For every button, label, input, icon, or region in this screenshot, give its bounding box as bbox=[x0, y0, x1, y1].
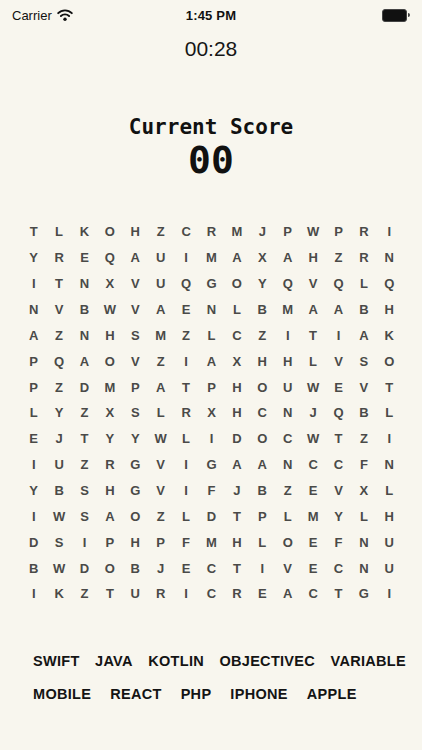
grid-cell[interactable]: N bbox=[351, 529, 376, 555]
grid-cell[interactable]: U bbox=[377, 529, 402, 555]
grid-cell[interactable]: G bbox=[199, 452, 224, 478]
grid-cell[interactable]: B bbox=[21, 555, 46, 581]
grid-cell[interactable]: Q bbox=[97, 245, 122, 271]
grid-cell[interactable]: E bbox=[173, 296, 198, 322]
grid-cell[interactable]: L bbox=[377, 478, 402, 504]
grid-cell[interactable]: O bbox=[97, 348, 122, 374]
grid-cell[interactable]: E bbox=[21, 426, 46, 452]
grid-cell[interactable]: T bbox=[46, 271, 71, 297]
grid-cell[interactable]: W bbox=[97, 296, 122, 322]
grid-cell[interactable]: V bbox=[326, 348, 351, 374]
grid-cell[interactable]: E bbox=[250, 581, 275, 607]
grid-cell[interactable]: Q bbox=[326, 400, 351, 426]
letter-grid: TLKOHZCRMJPWPRIYREQAUIMAXAHZRNITNXVUQGOY… bbox=[21, 219, 402, 607]
grid-cell[interactable]: L bbox=[224, 296, 249, 322]
grid-cell[interactable]: I bbox=[173, 452, 198, 478]
grid-cell[interactable]: H bbox=[224, 529, 249, 555]
grid-cell[interactable]: K bbox=[377, 322, 402, 348]
grid-cell[interactable]: Z bbox=[148, 348, 173, 374]
grid-cell[interactable]: H bbox=[224, 400, 249, 426]
word-item: MOBILE bbox=[33, 686, 91, 702]
grid-cell[interactable]: J bbox=[250, 219, 275, 245]
grid-cell[interactable]: I bbox=[21, 503, 46, 529]
grid-cell[interactable]: N bbox=[377, 245, 402, 271]
word-item: KOTLIN bbox=[148, 653, 204, 669]
grid-cell[interactable]: T bbox=[224, 555, 249, 581]
grid-cell[interactable]: T bbox=[326, 581, 351, 607]
grid-cell[interactable]: C bbox=[326, 555, 351, 581]
grid-cell[interactable]: Y bbox=[250, 271, 275, 297]
grid-cell[interactable]: P bbox=[199, 374, 224, 400]
grid-cell[interactable]: O bbox=[97, 555, 122, 581]
grid-cell[interactable]: C bbox=[173, 219, 198, 245]
grid-cell[interactable]: J bbox=[224, 478, 249, 504]
grid-cell[interactable]: Z bbox=[326, 245, 351, 271]
grid-cell[interactable]: R bbox=[148, 581, 173, 607]
grid-cell[interactable]: W bbox=[46, 555, 71, 581]
grid-cell[interactable]: H bbox=[123, 219, 148, 245]
grid-cell[interactable]: I bbox=[250, 555, 275, 581]
grid-cell[interactable]: X bbox=[224, 348, 249, 374]
grid-cell[interactable]: E bbox=[72, 245, 97, 271]
grid-cell[interactable]: I bbox=[377, 581, 402, 607]
grid-cell[interactable]: A bbox=[21, 322, 46, 348]
grid-cell[interactable]: B bbox=[351, 400, 376, 426]
grid-cell[interactable]: F bbox=[351, 452, 376, 478]
grid-cell[interactable]: L bbox=[46, 219, 71, 245]
game-timer: 00:28 bbox=[0, 37, 422, 61]
grid-cell[interactable]: B bbox=[46, 478, 71, 504]
grid-cell[interactable]: W bbox=[46, 503, 71, 529]
grid-cell[interactable]: A bbox=[97, 503, 122, 529]
word-list: SWIFTJAVAKOTLINOBJECTIVECVARIABLE MOBILE… bbox=[33, 653, 406, 719]
grid-cell[interactable]: V bbox=[123, 348, 148, 374]
grid-cell[interactable]: L bbox=[351, 271, 376, 297]
grid-cell[interactable]: B bbox=[250, 478, 275, 504]
grid-cell[interactable]: E bbox=[300, 529, 325, 555]
word-item: VARIABLE bbox=[331, 653, 406, 669]
grid-cell[interactable]: S bbox=[46, 529, 71, 555]
grid-cell[interactable]: L bbox=[173, 426, 198, 452]
grid-cell[interactable]: R bbox=[224, 581, 249, 607]
grid-cell[interactable]: D bbox=[72, 555, 97, 581]
grid-cell[interactable]: T bbox=[21, 219, 46, 245]
grid-cell[interactable]: Z bbox=[148, 503, 173, 529]
grid-cell[interactable]: X bbox=[97, 400, 122, 426]
grid-cell[interactable]: P bbox=[123, 374, 148, 400]
grid-cell[interactable]: I bbox=[326, 322, 351, 348]
carrier-label: Carrier bbox=[12, 8, 52, 23]
grid-cell[interactable]: B bbox=[351, 296, 376, 322]
grid-cell[interactable]: S bbox=[351, 348, 376, 374]
grid-cell[interactable]: N bbox=[351, 555, 376, 581]
grid-cell[interactable]: Y bbox=[46, 400, 71, 426]
grid-cell[interactable]: Q bbox=[377, 271, 402, 297]
grid-cell[interactable]: V bbox=[123, 271, 148, 297]
grid-cell[interactable]: L bbox=[21, 400, 46, 426]
grid-cell[interactable]: I bbox=[173, 478, 198, 504]
word-item: IPHONE bbox=[230, 686, 287, 702]
grid-cell[interactable]: Y bbox=[21, 478, 46, 504]
grid-cell[interactable]: H bbox=[377, 296, 402, 322]
grid-cell[interactable]: P bbox=[275, 219, 300, 245]
grid-cell[interactable]: Q bbox=[46, 348, 71, 374]
grid-cell[interactable]: N bbox=[377, 452, 402, 478]
word-item: REACT bbox=[110, 686, 161, 702]
grid-cell[interactable]: O bbox=[275, 529, 300, 555]
grid-cell[interactable]: Q bbox=[173, 271, 198, 297]
grid-cell[interactable]: I bbox=[72, 529, 97, 555]
grid-cell[interactable]: A bbox=[123, 245, 148, 271]
grid-cell[interactable]: R bbox=[199, 219, 224, 245]
grid-cell[interactable]: V bbox=[275, 555, 300, 581]
grid-cell[interactable]: Y bbox=[97, 426, 122, 452]
grid-cell[interactable]: L bbox=[148, 400, 173, 426]
grid-cell[interactable]: A bbox=[250, 452, 275, 478]
grid-cell[interactable]: O bbox=[123, 503, 148, 529]
grid-cell[interactable]: R bbox=[97, 452, 122, 478]
word-search-app: Carrier 1:45 PM 00:28 Current Score 00 T… bbox=[0, 0, 422, 750]
grid-cell[interactable]: H bbox=[250, 348, 275, 374]
grid-cell[interactable]: V bbox=[123, 296, 148, 322]
grid-cell[interactable]: C bbox=[199, 581, 224, 607]
grid-cell[interactable]: H bbox=[123, 529, 148, 555]
grid-cell[interactable]: L bbox=[351, 503, 376, 529]
grid-cell[interactable]: U bbox=[46, 452, 71, 478]
grid-cell[interactable]: Y bbox=[123, 426, 148, 452]
grid-cell[interactable]: X bbox=[351, 478, 376, 504]
grid-cell[interactable]: Z bbox=[250, 322, 275, 348]
score-label: Current Score bbox=[0, 115, 422, 139]
grid-cell[interactable]: I bbox=[173, 348, 198, 374]
grid-cell[interactable]: O bbox=[250, 426, 275, 452]
grid-cell[interactable]: G bbox=[123, 452, 148, 478]
grid-cell[interactable]: U bbox=[148, 271, 173, 297]
grid-cell[interactable]: Z bbox=[351, 426, 376, 452]
grid-cell[interactable]: F bbox=[173, 529, 198, 555]
grid-cell[interactable]: X bbox=[199, 400, 224, 426]
grid-cell[interactable]: I bbox=[21, 581, 46, 607]
grid-cell[interactable]: B bbox=[72, 296, 97, 322]
grid-cell[interactable]: W bbox=[148, 426, 173, 452]
grid-cell[interactable]: Q bbox=[275, 271, 300, 297]
grid-cell[interactable]: A bbox=[224, 452, 249, 478]
status-bar: Carrier 1:45 PM bbox=[0, 0, 422, 26]
grid-cell[interactable]: N bbox=[21, 296, 46, 322]
grid-cell[interactable]: V bbox=[148, 478, 173, 504]
word-item: APPLE bbox=[307, 686, 357, 702]
grid-cell[interactable]: W bbox=[300, 426, 325, 452]
grid-cell[interactable]: A bbox=[275, 245, 300, 271]
grid-cell[interactable]: Z bbox=[275, 478, 300, 504]
grid-cell[interactable]: G bbox=[351, 581, 376, 607]
grid-cell[interactable]: Z bbox=[46, 374, 71, 400]
grid-cell[interactable]: P bbox=[21, 348, 46, 374]
grid-cell[interactable]: M bbox=[148, 322, 173, 348]
grid-cell[interactable]: Q bbox=[326, 271, 351, 297]
grid-cell[interactable]: T bbox=[72, 426, 97, 452]
grid-cell[interactable]: E bbox=[300, 555, 325, 581]
grid-cell[interactable]: T bbox=[300, 322, 325, 348]
grid-cell[interactable]: Y bbox=[21, 245, 46, 271]
grid-cell[interactable]: M bbox=[300, 503, 325, 529]
grid-cell[interactable]: R bbox=[46, 245, 71, 271]
grid-cell[interactable]: L bbox=[250, 529, 275, 555]
grid-cell[interactable]: A bbox=[199, 348, 224, 374]
grid-cell[interactable]: E bbox=[300, 478, 325, 504]
grid-cell[interactable]: Z bbox=[72, 400, 97, 426]
grid-cell[interactable]: N bbox=[275, 452, 300, 478]
grid-cell[interactable]: P bbox=[326, 219, 351, 245]
grid-cell[interactable]: U bbox=[148, 245, 173, 271]
grid-cell[interactable]: P bbox=[148, 529, 173, 555]
grid-cell[interactable]: E bbox=[326, 374, 351, 400]
grid-cell[interactable]: L bbox=[300, 348, 325, 374]
grid-cell[interactable]: I bbox=[21, 452, 46, 478]
grid-cell[interactable]: N bbox=[72, 322, 97, 348]
grid-cell[interactable]: I bbox=[173, 581, 198, 607]
grid-cell[interactable]: N bbox=[72, 271, 97, 297]
grid-cell[interactable]: C bbox=[300, 581, 325, 607]
grid-cell[interactable]: V bbox=[46, 296, 71, 322]
grid-cell[interactable]: M bbox=[199, 529, 224, 555]
grid-cell[interactable]: W bbox=[300, 374, 325, 400]
grid-cell[interactable]: S bbox=[123, 322, 148, 348]
grid-cell[interactable]: I bbox=[377, 219, 402, 245]
wifi-icon bbox=[57, 9, 73, 21]
grid-cell[interactable]: T bbox=[224, 503, 249, 529]
grid-cell[interactable]: H bbox=[377, 503, 402, 529]
grid-cell[interactable]: Z bbox=[173, 322, 198, 348]
grid-cell[interactable]: S bbox=[72, 503, 97, 529]
grid-cell[interactable]: N bbox=[275, 400, 300, 426]
score-value: 00 bbox=[0, 141, 422, 181]
grid-cell[interactable]: D bbox=[199, 503, 224, 529]
battery-icon bbox=[382, 9, 410, 22]
grid-cell[interactable]: H bbox=[300, 245, 325, 271]
word-item: OBJECTIVEC bbox=[219, 653, 315, 669]
grid-cell[interactable]: J bbox=[300, 400, 325, 426]
grid-cell[interactable]: N bbox=[199, 296, 224, 322]
grid-cell[interactable]: I bbox=[377, 426, 402, 452]
grid-cell[interactable]: A bbox=[224, 245, 249, 271]
grid-cell[interactable]: D bbox=[224, 426, 249, 452]
grid-cell[interactable]: V bbox=[326, 478, 351, 504]
grid-cell[interactable]: X bbox=[97, 271, 122, 297]
grid-cell[interactable]: I bbox=[173, 245, 198, 271]
grid-cell[interactable]: S bbox=[72, 478, 97, 504]
grid-cell[interactable]: J bbox=[148, 555, 173, 581]
grid-cell[interactable]: O bbox=[97, 219, 122, 245]
grid-cell[interactable]: Z bbox=[72, 581, 97, 607]
grid-cell[interactable]: K bbox=[46, 581, 71, 607]
grid-cell[interactable]: T bbox=[97, 581, 122, 607]
grid-cell[interactable]: P bbox=[21, 374, 46, 400]
grid-cell[interactable]: C bbox=[250, 400, 275, 426]
grid-cell[interactable]: M bbox=[199, 245, 224, 271]
grid-cell[interactable]: B bbox=[250, 296, 275, 322]
grid-cell[interactable]: Z bbox=[148, 219, 173, 245]
grid-cell[interactable]: W bbox=[300, 219, 325, 245]
grid-cell[interactable]: R bbox=[351, 245, 376, 271]
grid-cell[interactable]: O bbox=[224, 271, 249, 297]
grid-cell[interactable]: O bbox=[377, 348, 402, 374]
grid-cell[interactable]: A bbox=[275, 581, 300, 607]
grid-cell[interactable]: T bbox=[173, 374, 198, 400]
grid-cell[interactable]: Z bbox=[46, 322, 71, 348]
grid-cell[interactable]: A bbox=[148, 296, 173, 322]
grid-cell[interactable]: X bbox=[250, 245, 275, 271]
grid-cell[interactable]: M bbox=[97, 374, 122, 400]
grid-cell[interactable]: L bbox=[377, 400, 402, 426]
grid-cell[interactable]: H bbox=[275, 348, 300, 374]
grid-cell[interactable]: U bbox=[377, 555, 402, 581]
word-item: PHP bbox=[181, 686, 212, 702]
grid-cell[interactable]: P bbox=[97, 529, 122, 555]
grid-cell[interactable]: A bbox=[351, 322, 376, 348]
word-list-line-2: MOBILEREACTPHPIPHONEAPPLE bbox=[33, 686, 406, 702]
grid-cell[interactable]: I bbox=[21, 271, 46, 297]
grid-cell[interactable]: C bbox=[300, 452, 325, 478]
grid-cell[interactable]: H bbox=[97, 322, 122, 348]
grid-cell[interactable]: V bbox=[351, 374, 376, 400]
grid-cell[interactable]: V bbox=[300, 271, 325, 297]
grid-cell[interactable]: I bbox=[275, 322, 300, 348]
grid-cell[interactable]: H bbox=[224, 374, 249, 400]
grid-cell[interactable]: M bbox=[275, 296, 300, 322]
grid-cell[interactable]: R bbox=[351, 219, 376, 245]
grid-cell[interactable]: L bbox=[173, 503, 198, 529]
grid-cell[interactable]: D bbox=[72, 374, 97, 400]
grid-cell[interactable]: J bbox=[46, 426, 71, 452]
grid-cell[interactable]: B bbox=[123, 555, 148, 581]
grid-cell[interactable]: E bbox=[173, 555, 198, 581]
grid-cell[interactable]: Z bbox=[72, 452, 97, 478]
grid-cell[interactable]: S bbox=[123, 400, 148, 426]
word-list-line-1: SWIFTJAVAKOTLINOBJECTIVECVARIABLE bbox=[33, 653, 406, 669]
grid-cell[interactable]: G bbox=[123, 478, 148, 504]
grid-cell[interactable]: U bbox=[123, 581, 148, 607]
grid-cell[interactable]: A bbox=[148, 374, 173, 400]
grid-cell[interactable]: D bbox=[21, 529, 46, 555]
word-item: SWIFT bbox=[33, 653, 80, 669]
grid-cell[interactable]: R bbox=[173, 400, 198, 426]
grid-cell[interactable]: C bbox=[326, 452, 351, 478]
grid-cell[interactable]: T bbox=[326, 426, 351, 452]
grid-cell[interactable]: L bbox=[275, 503, 300, 529]
grid-cell[interactable]: O bbox=[250, 374, 275, 400]
grid-cell[interactable]: P bbox=[250, 503, 275, 529]
grid-cell[interactable]: F bbox=[199, 478, 224, 504]
grid-cell[interactable]: M bbox=[224, 219, 249, 245]
grid-cell[interactable]: A bbox=[300, 296, 325, 322]
grid-cell[interactable]: V bbox=[148, 452, 173, 478]
word-item: JAVA bbox=[95, 653, 133, 669]
grid-cell[interactable]: A bbox=[326, 296, 351, 322]
grid-cell[interactable]: Y bbox=[326, 503, 351, 529]
grid-cell[interactable]: A bbox=[72, 348, 97, 374]
grid-cell[interactable]: F bbox=[326, 529, 351, 555]
grid-cell[interactable]: C bbox=[199, 555, 224, 581]
grid-cell[interactable]: H bbox=[97, 478, 122, 504]
grid-cell[interactable]: C bbox=[275, 426, 300, 452]
grid-cell[interactable]: L bbox=[199, 322, 224, 348]
grid-cell[interactable]: T bbox=[377, 374, 402, 400]
grid-cell[interactable]: I bbox=[199, 426, 224, 452]
grid-cell[interactable]: C bbox=[224, 322, 249, 348]
grid-cell[interactable]: K bbox=[72, 219, 97, 245]
grid-cell[interactable]: U bbox=[275, 374, 300, 400]
grid-cell[interactable]: G bbox=[199, 271, 224, 297]
